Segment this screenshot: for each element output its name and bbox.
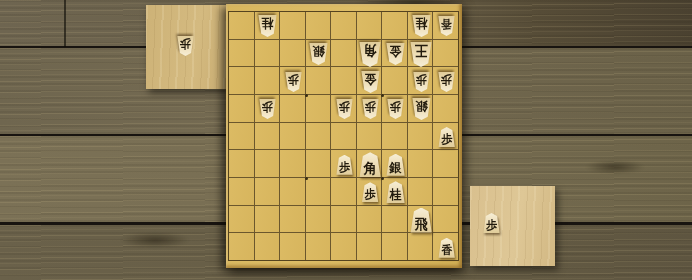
piece-kanji: 角 (364, 41, 377, 57)
piece-kanji: 桂 (262, 15, 274, 30)
board-cell-5a[interactable] (331, 12, 356, 39)
board-cell-3i[interactable] (382, 233, 407, 260)
piece-body: 歩 (413, 72, 430, 92)
piece-gote-king-2b[interactable]: 王 (410, 42, 432, 67)
piece-body: 桂 (412, 15, 431, 37)
board-cell-9c[interactable] (229, 67, 254, 94)
piece-kanji: 歩 (390, 99, 401, 113)
board-cell-7i[interactable] (280, 233, 305, 260)
board-cell-9a[interactable] (229, 12, 254, 39)
piece-gote-pawn-5d[interactable]: 歩 (336, 99, 353, 119)
piece-body: 歩 (387, 99, 404, 119)
piece-kanji: 歩 (416, 71, 427, 85)
piece-body: 金 (386, 43, 405, 65)
board-cell-3a[interactable] (382, 12, 407, 39)
board-cell-8e[interactable] (255, 123, 280, 150)
shogi-scene: 歩 桂桂香銀角金王歩金歩歩歩歩歩歩銀歩歩角銀歩桂飛香 歩 (0, 0, 692, 280)
piece-sente-pawn-5f[interactable]: 歩 (336, 155, 353, 175)
piece-kanji: 歩 (339, 99, 350, 113)
piece-sente-pawn-in-hand[interactable]: 歩 (483, 213, 500, 233)
board-cell-8c[interactable] (255, 67, 280, 94)
piece-body: 歩 (336, 155, 353, 175)
board-cell-7d[interactable] (280, 95, 305, 122)
piece-gote-knight-2a[interactable]: 桂 (412, 15, 431, 37)
board-cell-8f[interactable] (255, 150, 280, 177)
board-cell-2f[interactable] (408, 150, 433, 177)
board-cell-4h[interactable] (357, 206, 382, 233)
piece-kanji: 王 (415, 41, 428, 57)
piece-kanji: 歩 (441, 133, 452, 147)
board-cell-6g[interactable] (306, 178, 331, 205)
gote-piece-stand: 歩 (146, 5, 226, 89)
piece-kanji: 桂 (415, 15, 427, 30)
board-cell-6a[interactable] (306, 12, 331, 39)
piece-body: 金 (361, 71, 380, 93)
board-cell-5g[interactable] (331, 178, 356, 205)
piece-gote-gold-3b[interactable]: 金 (386, 43, 405, 65)
board-cell-7g[interactable] (280, 178, 305, 205)
piece-body: 歩 (177, 36, 194, 56)
board-cell-1h[interactable] (433, 206, 458, 233)
piece-body: 桂 (386, 181, 405, 203)
board-cell-1g[interactable] (433, 178, 458, 205)
board-cell-2g[interactable] (408, 178, 433, 205)
board-cell-6c[interactable] (306, 67, 331, 94)
piece-body: 歩 (285, 72, 302, 92)
piece-body: 角 (359, 152, 381, 177)
board-cell-6i[interactable] (306, 233, 331, 260)
star-point (305, 94, 308, 97)
wood-knot (585, 160, 645, 174)
piece-sente-pawn-1e[interactable]: 歩 (438, 127, 455, 147)
piece-body: 銀 (309, 43, 328, 65)
piece-sente-rook-2h[interactable]: 飛 (410, 208, 432, 233)
piece-kanji: 歩 (486, 219, 497, 233)
board-cell-9b[interactable] (229, 40, 254, 67)
piece-body: 歩 (362, 99, 379, 119)
piece-kanji: 歩 (288, 71, 299, 85)
piece-kanji: 銀 (415, 98, 427, 113)
piece-body: 歩 (438, 127, 455, 147)
piece-gote-silver-6b[interactable]: 銀 (309, 43, 328, 65)
piece-sente-bishop-4f[interactable]: 角 (359, 152, 381, 177)
board-cell-9d[interactable] (229, 95, 254, 122)
board-cell-1d[interactable] (433, 95, 458, 122)
board-cell-5c[interactable] (331, 67, 356, 94)
piece-body: 王 (410, 42, 432, 67)
board-cell-9h[interactable] (229, 206, 254, 233)
board-grid: 桂桂香銀角金王歩金歩歩歩歩歩歩銀歩歩角銀歩桂飛香 (228, 11, 459, 261)
piece-kanji: 歩 (262, 99, 273, 113)
piece-sente-silver-3f[interactable]: 銀 (386, 154, 405, 176)
board-cell-7e[interactable] (280, 123, 305, 150)
piece-gote-gold-4c[interactable]: 金 (361, 71, 380, 93)
piece-kanji: 金 (390, 42, 402, 57)
board-cell-6f[interactable] (306, 150, 331, 177)
piece-body: 飛 (410, 208, 432, 233)
piece-gote-bishop-4b[interactable]: 角 (359, 42, 381, 67)
board-cell-1f[interactable] (433, 150, 458, 177)
board-cell-4e[interactable] (357, 123, 382, 150)
piece-gote-pawn-4d[interactable]: 歩 (362, 99, 379, 119)
piece-kanji: 銀 (313, 42, 325, 57)
piece-sente-pawn-4g[interactable]: 歩 (362, 182, 379, 202)
board-cell-6e[interactable] (306, 123, 331, 150)
piece-kanji: 金 (364, 70, 376, 85)
board-cell-4i[interactable] (357, 233, 382, 260)
piece-body: 香 (438, 238, 455, 258)
piece-kanji: 歩 (441, 71, 452, 85)
piece-kanji: 歩 (180, 35, 191, 49)
piece-kanji: 歩 (365, 189, 376, 203)
piece-sente-knight-3g[interactable]: 桂 (386, 181, 405, 203)
piece-gote-pawn-8d[interactable]: 歩 (259, 99, 276, 119)
piece-gote-pawn-7c[interactable]: 歩 (285, 72, 302, 92)
board-cell-7b[interactable] (280, 40, 305, 67)
star-point (305, 177, 308, 180)
board-cell-8b[interactable] (255, 40, 280, 67)
board-cell-7a[interactable] (280, 12, 305, 39)
piece-body: 桂 (258, 15, 277, 37)
piece-gote-pawn-in-hand[interactable]: 歩 (177, 36, 194, 56)
piece-kanji: 飛 (415, 217, 428, 233)
board-cell-9i[interactable] (229, 233, 254, 260)
board-cell-7h[interactable] (280, 206, 305, 233)
piece-body: 銀 (412, 98, 431, 120)
piece-body: 歩 (438, 72, 455, 92)
board-cell-7f[interactable] (280, 150, 305, 177)
piece-body: 銀 (386, 154, 405, 176)
wood-knot (120, 232, 190, 248)
piece-kanji: 香 (441, 244, 452, 258)
piece-body: 香 (438, 16, 455, 36)
board-cell-5b[interactable] (331, 40, 356, 67)
piece-kanji: 香 (441, 16, 452, 30)
board-cell-8i[interactable] (255, 233, 280, 260)
piece-gote-silver-2d[interactable]: 銀 (412, 98, 431, 120)
board-cell-9f[interactable] (229, 150, 254, 177)
board-cell-6d[interactable] (306, 95, 331, 122)
shogi-board: 桂桂香銀角金王歩金歩歩歩歩歩歩銀歩歩角銀歩桂飛香 (226, 4, 462, 268)
board-cell-2i[interactable] (408, 233, 433, 260)
piece-gote-pawn-1c[interactable]: 歩 (438, 72, 455, 92)
piece-kanji: 桂 (390, 189, 402, 204)
board-cell-2e[interactable] (408, 123, 433, 150)
board-cell-8h[interactable] (255, 206, 280, 233)
plank-seam (64, 0, 66, 47)
piece-gote-lance-1a[interactable]: 香 (438, 16, 455, 36)
board-cell-9e[interactable] (229, 123, 254, 150)
piece-gote-knight-8a[interactable]: 桂 (258, 15, 277, 37)
piece-body: 歩 (336, 99, 353, 119)
piece-kanji: 銀 (390, 161, 402, 176)
board-cell-8g[interactable] (255, 178, 280, 205)
board-cell-1b[interactable] (433, 40, 458, 67)
piece-body: 角 (359, 42, 381, 67)
board-cell-4a[interactable] (357, 12, 382, 39)
board-cell-3e[interactable] (382, 123, 407, 150)
board-cell-9g[interactable] (229, 178, 254, 205)
piece-gote-pawn-2c[interactable]: 歩 (413, 72, 430, 92)
piece-body: 歩 (362, 182, 379, 202)
piece-kanji: 歩 (339, 161, 350, 175)
board-cell-3c[interactable] (382, 67, 407, 94)
board-cell-5e[interactable] (331, 123, 356, 150)
board-cell-5h[interactable] (331, 206, 356, 233)
board-cell-3h[interactable] (382, 206, 407, 233)
piece-sente-lance-1i[interactable]: 香 (438, 238, 455, 258)
piece-kanji: 角 (364, 162, 377, 178)
piece-body: 歩 (259, 99, 276, 119)
piece-kanji: 歩 (365, 99, 376, 113)
board-cell-6h[interactable] (306, 206, 331, 233)
piece-gote-pawn-3d[interactable]: 歩 (387, 99, 404, 119)
board-cell-5i[interactable] (331, 233, 356, 260)
sente-piece-stand: 歩 (470, 186, 555, 266)
piece-body: 歩 (483, 213, 500, 233)
